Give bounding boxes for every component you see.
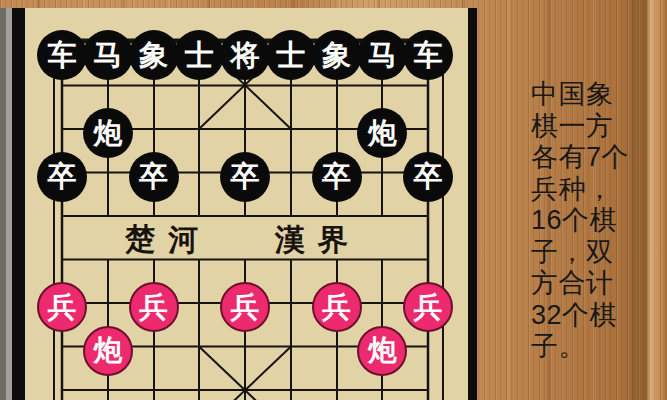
black-soldier[interactable]: 卒: [220, 152, 270, 202]
black-advisor[interactable]: 士: [174, 30, 224, 80]
black-elephant[interactable]: 象: [129, 30, 179, 80]
screenshot-root: { "game": "Xiangqi (Chinese Chess)", "po…: [0, 0, 667, 400]
black-soldier[interactable]: 卒: [37, 152, 87, 202]
black-horse[interactable]: 马: [357, 30, 407, 80]
black-cannon[interactable]: 炮: [83, 108, 133, 158]
red-soldier[interactable]: 兵: [220, 282, 270, 332]
red-soldier[interactable]: 兵: [129, 282, 179, 332]
red-cannon[interactable]: 炮: [83, 326, 133, 376]
black-cannon[interactable]: 炮: [357, 108, 407, 158]
pieces-layer: 车马象士将士象马车炮炮卒卒卒卒卒兵兵兵兵兵炮炮: [0, 0, 667, 400]
black-elephant[interactable]: 象: [312, 30, 362, 80]
black-chariot[interactable]: 车: [403, 30, 453, 80]
black-soldier[interactable]: 卒: [312, 152, 362, 202]
black-general[interactable]: 将: [220, 30, 270, 80]
red-soldier[interactable]: 兵: [37, 282, 87, 332]
red-soldier[interactable]: 兵: [403, 282, 453, 332]
black-advisor[interactable]: 士: [266, 30, 316, 80]
red-cannon[interactable]: 炮: [357, 326, 407, 376]
black-horse[interactable]: 马: [83, 30, 133, 80]
red-soldier[interactable]: 兵: [312, 282, 362, 332]
black-soldier[interactable]: 卒: [403, 152, 453, 202]
black-chariot[interactable]: 车: [37, 30, 87, 80]
black-soldier[interactable]: 卒: [129, 152, 179, 202]
